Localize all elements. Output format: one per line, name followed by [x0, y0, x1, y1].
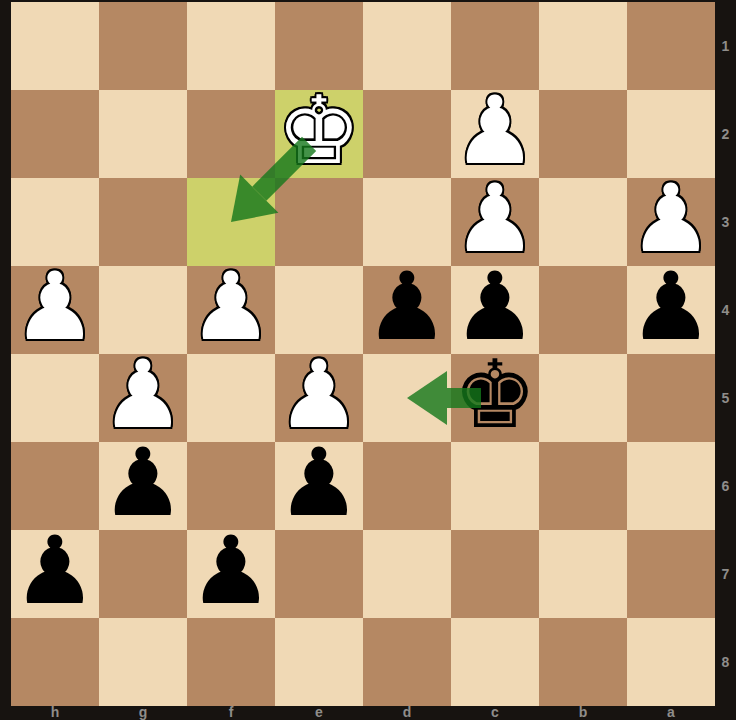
black-pawn[interactable]: ♟	[451, 263, 539, 351]
square-d2[interactable]	[363, 90, 451, 178]
square-d7[interactable]	[363, 530, 451, 618]
rank-label-4: 4	[715, 266, 736, 354]
square-a7[interactable]	[627, 530, 715, 618]
white-pawn[interactable]: ♟	[451, 175, 539, 263]
square-f1[interactable]	[187, 2, 275, 90]
square-b7[interactable]	[539, 530, 627, 618]
white-pawn[interactable]: ♟	[275, 351, 363, 439]
square-b8[interactable]	[539, 618, 627, 706]
square-d1[interactable]	[363, 2, 451, 90]
rank-label-2: 2	[715, 90, 736, 178]
file-label-c: c	[451, 704, 539, 720]
square-d5[interactable]	[363, 354, 451, 442]
square-g6[interactable]: ♟	[99, 442, 187, 530]
file-label-b: b	[539, 704, 627, 720]
square-f4[interactable]: ♟	[187, 266, 275, 354]
black-pawn[interactable]: ♟	[11, 527, 99, 615]
square-g7[interactable]	[99, 530, 187, 618]
white-pawn[interactable]: ♟	[187, 263, 275, 351]
black-pawn[interactable]: ♟	[627, 263, 715, 351]
square-e8[interactable]	[275, 618, 363, 706]
rank-label-3: 3	[715, 178, 736, 266]
square-f7[interactable]: ♟	[187, 530, 275, 618]
file-label-a: a	[627, 704, 715, 720]
square-b2[interactable]	[539, 90, 627, 178]
square-a4[interactable]: ♟	[627, 266, 715, 354]
square-h4[interactable]: ♟	[11, 266, 99, 354]
square-f5[interactable]	[187, 354, 275, 442]
square-d8[interactable]	[363, 618, 451, 706]
square-c5[interactable]: ♚	[451, 354, 539, 442]
square-c8[interactable]	[451, 618, 539, 706]
square-e7[interactable]	[275, 530, 363, 618]
white-pawn[interactable]: ♟	[99, 351, 187, 439]
chess-board: ♚♟♟♟♟♟♟♟♟♟♟♚♟♟♟♟	[11, 2, 715, 706]
square-c7[interactable]	[451, 530, 539, 618]
square-h2[interactable]	[11, 90, 99, 178]
black-pawn[interactable]: ♟	[275, 439, 363, 527]
square-a8[interactable]	[627, 618, 715, 706]
square-a5[interactable]	[627, 354, 715, 442]
black-pawn[interactable]: ♟	[363, 263, 451, 351]
square-h7[interactable]: ♟	[11, 530, 99, 618]
square-h8[interactable]	[11, 618, 99, 706]
rank-coordinates: 12345678	[715, 2, 736, 706]
white-king[interactable]: ♚	[275, 87, 363, 175]
rank-label-8: 8	[715, 618, 736, 706]
white-pawn[interactable]: ♟	[451, 87, 539, 175]
square-b4[interactable]	[539, 266, 627, 354]
file-label-d: d	[363, 704, 451, 720]
rank-label-6: 6	[715, 442, 736, 530]
square-e6[interactable]: ♟	[275, 442, 363, 530]
square-a6[interactable]	[627, 442, 715, 530]
square-h5[interactable]	[11, 354, 99, 442]
rank-label-5: 5	[715, 354, 736, 442]
file-coordinates: hgfedcba	[11, 704, 715, 720]
square-a1[interactable]	[627, 2, 715, 90]
square-b6[interactable]	[539, 442, 627, 530]
white-pawn[interactable]: ♟	[11, 263, 99, 351]
rank-label-7: 7	[715, 530, 736, 618]
square-g8[interactable]	[99, 618, 187, 706]
black-pawn[interactable]: ♟	[99, 439, 187, 527]
black-pawn[interactable]: ♟	[187, 527, 275, 615]
square-d4[interactable]: ♟	[363, 266, 451, 354]
square-b1[interactable]	[539, 2, 627, 90]
file-label-e: e	[275, 704, 363, 720]
square-g3[interactable]	[99, 178, 187, 266]
square-d6[interactable]	[363, 442, 451, 530]
square-f8[interactable]	[187, 618, 275, 706]
black-king[interactable]: ♚	[451, 351, 539, 439]
square-f2[interactable]	[187, 90, 275, 178]
file-label-h: h	[11, 704, 99, 720]
square-c6[interactable]	[451, 442, 539, 530]
chess-analysis-screen: ♚♟♟♟♟♟♟♟♟♟♟♚♟♟♟♟ 12345678 hgfedcba	[0, 0, 736, 720]
square-g1[interactable]	[99, 2, 187, 90]
square-b3[interactable]	[539, 178, 627, 266]
square-b5[interactable]	[539, 354, 627, 442]
square-g2[interactable]	[99, 90, 187, 178]
white-pawn[interactable]: ♟	[627, 175, 715, 263]
file-label-f: f	[187, 704, 275, 720]
square-e3[interactable]	[275, 178, 363, 266]
square-e2[interactable]: ♚	[275, 90, 363, 178]
rank-label-1: 1	[715, 2, 736, 90]
file-label-g: g	[99, 704, 187, 720]
square-h1[interactable]	[11, 2, 99, 90]
